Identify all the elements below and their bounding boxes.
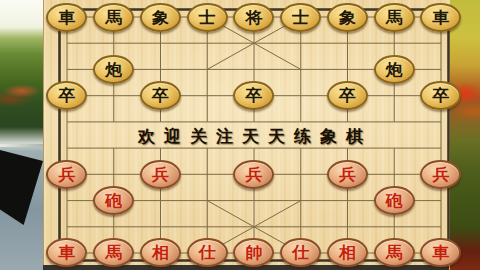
piece-black-soldier[interactable]: 卒	[46, 81, 87, 110]
piece-black-chariot[interactable]: 車	[420, 3, 461, 32]
piece-red-cannon[interactable]: 砲	[374, 186, 415, 215]
piece-label: 砲	[105, 192, 122, 208]
piece-label: 象	[152, 9, 169, 25]
background-photo-left	[0, 0, 43, 270]
piece-red-chariot[interactable]: 車	[420, 238, 461, 267]
piece-label: 卒	[432, 88, 449, 104]
piece-label: 士	[199, 9, 216, 25]
piece-black-horse[interactable]: 馬	[374, 3, 415, 32]
piece-label: 砲	[386, 192, 403, 208]
piece-black-horse[interactable]: 馬	[93, 3, 134, 32]
piece-label: 相	[339, 245, 356, 261]
screen: 欢迎关注天天练象棋 車馬象士将士象馬車炮炮卒卒卒卒卒兵兵兵兵兵砲砲車馬相仕帥仕相…	[0, 0, 480, 270]
piece-label: 馬	[105, 9, 122, 25]
piece-label: 象	[339, 9, 356, 25]
piece-black-advisor[interactable]: 士	[280, 3, 321, 32]
piece-black-chariot[interactable]: 車	[46, 3, 87, 32]
piece-label: 炮	[386, 61, 403, 77]
piece-black-elephant[interactable]: 象	[140, 3, 181, 32]
piece-black-soldier[interactable]: 卒	[420, 81, 461, 110]
piece-red-advisor[interactable]: 仕	[187, 238, 228, 267]
piece-black-advisor[interactable]: 士	[187, 3, 228, 32]
piece-red-elephant[interactable]: 相	[327, 238, 368, 267]
piece-label: 車	[432, 245, 449, 261]
piece-label: 兵	[58, 166, 75, 182]
piece-label: 兵	[432, 166, 449, 182]
piece-label: 将	[245, 9, 262, 25]
piece-red-elephant[interactable]: 相	[140, 238, 181, 267]
piece-label: 車	[432, 9, 449, 25]
piece-red-soldier[interactable]: 兵	[327, 160, 368, 189]
boat-gunwale	[0, 144, 43, 147]
piece-label: 兵	[339, 166, 356, 182]
piece-label: 相	[152, 245, 169, 261]
piece-black-cannon[interactable]: 炮	[93, 55, 134, 84]
piece-black-general[interactable]: 将	[233, 3, 274, 32]
piece-label: 士	[292, 9, 309, 25]
piece-red-general[interactable]: 帥	[233, 238, 274, 267]
piece-label: 仕	[292, 245, 309, 261]
piece-black-soldier[interactable]: 卒	[233, 81, 274, 110]
piece-black-cannon[interactable]: 炮	[374, 55, 415, 84]
piece-label: 兵	[152, 166, 169, 182]
piece-red-horse[interactable]: 馬	[93, 238, 134, 267]
piece-red-soldier[interactable]: 兵	[420, 160, 461, 189]
piece-label: 卒	[58, 88, 75, 104]
piece-label: 帥	[245, 245, 262, 261]
piece-label: 車	[58, 9, 75, 25]
piece-red-chariot[interactable]: 車	[46, 238, 87, 267]
piece-red-soldier[interactable]: 兵	[233, 160, 274, 189]
piece-grid: 車馬象士将士象馬車炮炮卒卒卒卒卒兵兵兵兵兵砲砲車馬相仕帥仕相馬車	[44, 4, 465, 266]
piece-red-horse[interactable]: 馬	[374, 238, 415, 267]
piece-label: 仕	[199, 245, 216, 261]
piece-red-soldier[interactable]: 兵	[46, 160, 87, 189]
piece-label: 卒	[245, 88, 262, 104]
piece-label: 兵	[245, 166, 262, 182]
piece-label: 馬	[386, 245, 403, 261]
piece-label: 卒	[339, 88, 356, 104]
piece-red-soldier[interactable]: 兵	[140, 160, 181, 189]
piece-black-elephant[interactable]: 象	[327, 3, 368, 32]
piece-black-soldier[interactable]: 卒	[140, 81, 181, 110]
piece-label: 卒	[152, 88, 169, 104]
piece-label: 炮	[105, 61, 122, 77]
piece-black-soldier[interactable]: 卒	[327, 81, 368, 110]
piece-label: 馬	[105, 245, 122, 261]
boat-silhouette	[0, 147, 43, 225]
xiangqi-board: 欢迎关注天天练象棋 車馬象士将士象馬車炮炮卒卒卒卒卒兵兵兵兵兵砲砲車馬相仕帥仕相…	[43, 0, 450, 266]
piece-label: 馬	[386, 9, 403, 25]
piece-red-cannon[interactable]: 砲	[93, 186, 134, 215]
piece-red-advisor[interactable]: 仕	[280, 238, 321, 267]
piece-label: 車	[58, 245, 75, 261]
